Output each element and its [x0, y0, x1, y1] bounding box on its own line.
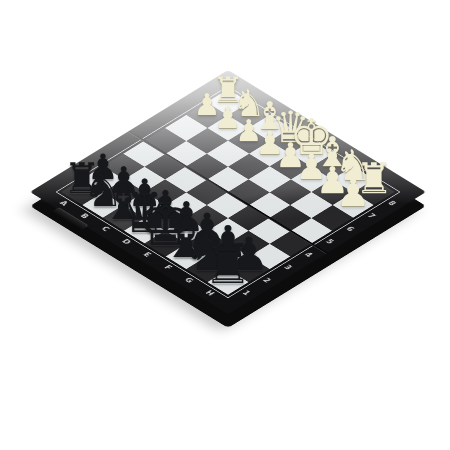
- rank-label-6: 6: [345, 226, 356, 233]
- file-label-b: B: [79, 213, 90, 220]
- rank-label-7: 7: [366, 213, 377, 220]
- file-label-a: A: [58, 200, 69, 207]
- product-photo-canvas: ABCDEFGH 12345678 ♜♞♟♝♟♛♟♚♟♝♟♞♟♟♜♟♟♜♟♟♞♟…: [0, 0, 450, 450]
- rank-label-2: 2: [262, 277, 273, 284]
- file-label-f: F: [163, 264, 174, 271]
- file-label-h: H: [204, 290, 216, 297]
- file-label-d: D: [121, 238, 133, 245]
- rank-label-5: 5: [324, 238, 335, 245]
- rank-label-4: 4: [303, 251, 314, 258]
- file-label-g: G: [183, 277, 195, 284]
- chess-board: ABCDEFGH 12345678: [30, 70, 426, 314]
- rank-label-8: 8: [387, 200, 398, 207]
- rank-label-1: 1: [241, 290, 252, 297]
- file-label-e: E: [142, 251, 153, 258]
- rank-label-3: 3: [283, 264, 294, 271]
- file-label-c: C: [100, 225, 111, 232]
